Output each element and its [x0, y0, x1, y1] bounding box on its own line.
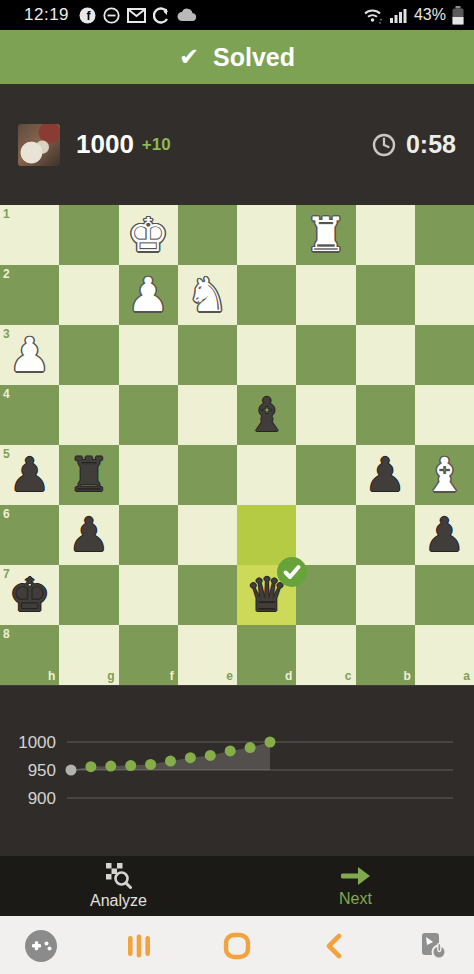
- file-label-h: h: [48, 669, 55, 683]
- square-f8[interactable]: f: [119, 625, 178, 685]
- mail-icon: [127, 8, 146, 23]
- square-a6[interactable]: ♟: [415, 505, 474, 565]
- square-e7[interactable]: [178, 565, 237, 625]
- battery-percent: 43%: [414, 6, 446, 24]
- analyze-button[interactable]: Analyze: [0, 856, 237, 916]
- solved-label: Solved: [213, 43, 295, 72]
- file-label-e: e: [226, 669, 233, 683]
- rank-label-1: 1: [3, 207, 10, 221]
- square-h1[interactable]: 1: [0, 205, 59, 265]
- square-b8[interactable]: b: [356, 625, 415, 685]
- check-icon: ✔: [179, 43, 199, 71]
- signal-icon: [390, 8, 408, 23]
- file-label-f: f: [170, 669, 174, 683]
- square-a1[interactable]: [415, 205, 474, 265]
- square-d8[interactable]: d: [237, 625, 296, 685]
- rank-label-4: 4: [3, 387, 10, 401]
- clock-icon: [372, 133, 396, 157]
- solved-check-badge: [277, 557, 307, 587]
- white-pawn-f2[interactable]: ♟: [119, 265, 178, 325]
- square-b4[interactable]: [356, 385, 415, 445]
- rank-label-2: 2: [3, 267, 10, 281]
- file-label-g: g: [107, 669, 114, 683]
- touch-screen-icon[interactable]: [408, 930, 458, 962]
- square-d2[interactable]: [237, 265, 296, 325]
- avatar[interactable]: [18, 124, 60, 166]
- square-e3[interactable]: [178, 325, 237, 385]
- square-h6[interactable]: 6: [0, 505, 59, 565]
- android-nav-bar: [0, 916, 474, 974]
- square-e8[interactable]: e: [178, 625, 237, 685]
- square-a5[interactable]: ♝: [415, 445, 474, 505]
- file-label-d: d: [285, 669, 292, 683]
- black-pawn-h5[interactable]: ♟: [0, 445, 59, 505]
- cloud-icon: [177, 8, 197, 22]
- square-d5[interactable]: [237, 445, 296, 505]
- battery-icon: [452, 6, 464, 25]
- black-pawn-a6[interactable]: ♟: [415, 505, 474, 565]
- square-h8[interactable]: 8h: [0, 625, 59, 685]
- sync-icon: [153, 7, 170, 24]
- square-f2[interactable]: ♟: [119, 265, 178, 325]
- svg-text:1000: 1000: [18, 733, 56, 752]
- square-d6[interactable]: [237, 505, 296, 565]
- square-g4[interactable]: [59, 385, 118, 445]
- square-a4[interactable]: [415, 385, 474, 445]
- rating-chart-svg: 1000950900: [0, 686, 474, 856]
- action-bar: Analyze Next: [0, 856, 474, 916]
- wifi-icon: [363, 7, 384, 24]
- file-label-c: c: [345, 669, 352, 683]
- square-a2[interactable]: [415, 265, 474, 325]
- rank-label-8: 8: [3, 627, 10, 641]
- rank-label-6: 6: [3, 507, 10, 521]
- square-g8[interactable]: g: [59, 625, 118, 685]
- square-c6[interactable]: [296, 505, 355, 565]
- analyze-label: Analyze: [90, 892, 147, 910]
- square-h5[interactable]: 5♟: [0, 445, 59, 505]
- square-c8[interactable]: c: [296, 625, 355, 685]
- square-f7[interactable]: [119, 565, 178, 625]
- square-e2[interactable]: ♞: [178, 265, 237, 325]
- square-a3[interactable]: [415, 325, 474, 385]
- square-a8[interactable]: a: [415, 625, 474, 685]
- square-d1[interactable]: [237, 205, 296, 265]
- square-g7[interactable]: [59, 565, 118, 625]
- square-e4[interactable]: [178, 385, 237, 445]
- do-not-disturb-icon: [103, 7, 120, 24]
- square-b7[interactable]: [356, 565, 415, 625]
- svg-text:900: 900: [28, 789, 56, 808]
- white-king-f1[interactable]: ♚: [119, 205, 178, 265]
- square-e6[interactable]: [178, 505, 237, 565]
- square-f4[interactable]: [119, 385, 178, 445]
- puzzle-rating: 1000: [76, 129, 134, 160]
- recents-icon[interactable]: [114, 932, 164, 960]
- rating-chart: 1000950900: [0, 685, 474, 856]
- file-label-a: a: [463, 669, 470, 683]
- app-screen: 12:19 f 43%: [0, 0, 474, 974]
- game-tools-icon[interactable]: [16, 929, 66, 963]
- square-b6[interactable]: [356, 505, 415, 565]
- square-f5[interactable]: [119, 445, 178, 505]
- square-f6[interactable]: [119, 505, 178, 565]
- facebook-icon: f: [79, 7, 96, 24]
- home-icon[interactable]: [212, 932, 262, 960]
- square-e5[interactable]: [178, 445, 237, 505]
- next-label: Next: [339, 890, 372, 908]
- timer: 0:58: [372, 130, 456, 159]
- square-h3[interactable]: 3♟: [0, 325, 59, 385]
- rating-change: +10: [142, 135, 171, 155]
- square-c1[interactable]: ♜: [296, 205, 355, 265]
- square-f3[interactable]: [119, 325, 178, 385]
- white-bishop-a5[interactable]: ♝: [415, 445, 474, 505]
- status-time: 12:19: [24, 5, 69, 25]
- square-b1[interactable]: [356, 205, 415, 265]
- solved-banner: ✔ Solved: [0, 30, 474, 84]
- next-button[interactable]: Next: [237, 856, 474, 916]
- square-g3[interactable]: [59, 325, 118, 385]
- square-h2[interactable]: 2: [0, 265, 59, 325]
- timer-value: 0:58: [406, 130, 456, 159]
- square-f1[interactable]: ♚: [119, 205, 178, 265]
- analysis-board-icon: [105, 862, 132, 889]
- puzzle-header: 1000 +10 0:58: [0, 84, 474, 205]
- square-d4[interactable]: ♝: [237, 385, 296, 445]
- square-g6[interactable]: ♟: [59, 505, 118, 565]
- white-rook-c1[interactable]: ♜: [296, 205, 355, 265]
- file-label-b: b: [403, 669, 410, 683]
- square-b3[interactable]: [356, 325, 415, 385]
- back-icon[interactable]: [310, 933, 360, 959]
- square-b5[interactable]: ♟: [356, 445, 415, 505]
- square-h7[interactable]: 7♚: [0, 565, 59, 625]
- square-g2[interactable]: [59, 265, 118, 325]
- square-c5[interactable]: [296, 445, 355, 505]
- square-c3[interactable]: [296, 325, 355, 385]
- black-pawn-b5[interactable]: ♟: [356, 445, 415, 505]
- square-c2[interactable]: [296, 265, 355, 325]
- white-pawn-h3[interactable]: ♟: [0, 325, 59, 385]
- black-rook-g5[interactable]: ♜: [59, 445, 118, 505]
- square-h4[interactable]: 4: [0, 385, 59, 445]
- square-g1[interactable]: [59, 205, 118, 265]
- arrow-right-icon: [341, 865, 371, 887]
- chess-board: 1♚♜2♟♞3♟4♝5♟♜♟♝6♟♟7♚♛8hgfedcba: [0, 205, 474, 685]
- square-c4[interactable]: [296, 385, 355, 445]
- svg-text:950: 950: [28, 761, 56, 780]
- black-king-h7[interactable]: ♚: [0, 565, 59, 625]
- square-g5[interactable]: ♜: [59, 445, 118, 505]
- square-a7[interactable]: [415, 565, 474, 625]
- black-bishop-d4[interactable]: ♝: [237, 385, 296, 445]
- square-e1[interactable]: [178, 205, 237, 265]
- white-knight-e2[interactable]: ♞: [178, 265, 237, 325]
- square-b2[interactable]: [356, 265, 415, 325]
- square-d3[interactable]: [237, 325, 296, 385]
- status-bar: 12:19 f 43%: [0, 0, 474, 30]
- black-pawn-g6[interactable]: ♟: [59, 505, 118, 565]
